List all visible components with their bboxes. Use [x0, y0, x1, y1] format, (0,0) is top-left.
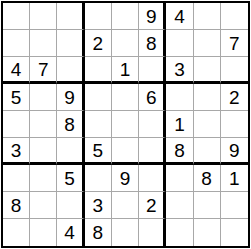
cell-r5c8[interactable]: [194, 111, 221, 138]
cell-r4c9[interactable]: 2: [221, 84, 248, 111]
cell-r9c6[interactable]: [139, 219, 166, 246]
cell-r4c5[interactable]: [112, 84, 139, 111]
cell-r6c6[interactable]: [139, 138, 166, 165]
cell-r7c8[interactable]: 8: [194, 165, 221, 192]
cell-r7c9[interactable]: 1: [221, 165, 248, 192]
cell-r8c7[interactable]: [166, 192, 193, 219]
cell-r6c1[interactable]: 3: [3, 138, 30, 165]
cell-r6c5[interactable]: [112, 138, 139, 165]
cell-r3c1[interactable]: 4: [3, 57, 30, 84]
cell-r5c3[interactable]: 8: [57, 111, 84, 138]
cell-r4c7[interactable]: [166, 84, 193, 111]
cell-r3c9[interactable]: [221, 57, 248, 84]
cell-r8c3[interactable]: [57, 192, 84, 219]
cell-r4c8[interactable]: [194, 84, 221, 111]
cell-r3c8[interactable]: [194, 57, 221, 84]
cell-r9c7[interactable]: [166, 219, 193, 246]
cell-r2c3[interactable]: [57, 30, 84, 57]
cell-r1c9[interactable]: [221, 3, 248, 30]
cell-r8c1[interactable]: 8: [3, 192, 30, 219]
cell-r5c9[interactable]: [221, 111, 248, 138]
cell-r7c1[interactable]: [3, 165, 30, 192]
cell-r9c4[interactable]: 8: [85, 219, 112, 246]
cell-r3c5[interactable]: 1: [112, 57, 139, 84]
cell-r5c6[interactable]: [139, 111, 166, 138]
cell-r8c4[interactable]: 3: [85, 192, 112, 219]
cell-r9c9[interactable]: [221, 219, 248, 246]
cell-r4c1[interactable]: 5: [3, 84, 30, 111]
cell-r1c4[interactable]: [85, 3, 112, 30]
cell-r2c4[interactable]: 2: [85, 30, 112, 57]
cell-r6c7[interactable]: 8: [166, 138, 193, 165]
cell-r2c1[interactable]: [3, 30, 30, 57]
cell-r5c5[interactable]: [112, 111, 139, 138]
cell-r1c2[interactable]: [30, 3, 57, 30]
cell-r6c9[interactable]: 9: [221, 138, 248, 165]
cell-r9c3[interactable]: 4: [57, 219, 84, 246]
cell-r2c8[interactable]: [194, 30, 221, 57]
cell-r4c3[interactable]: 9: [57, 84, 84, 111]
cell-r1c8[interactable]: [194, 3, 221, 30]
cell-r3c7[interactable]: 3: [166, 57, 193, 84]
sudoku-board: 9428747135962813589598183248: [1, 1, 250, 248]
cell-r5c1[interactable]: [3, 111, 30, 138]
cell-r1c7[interactable]: 4: [166, 3, 193, 30]
cell-r7c2[interactable]: [30, 165, 57, 192]
cell-r4c6[interactable]: 6: [139, 84, 166, 111]
cell-r6c3[interactable]: [57, 138, 84, 165]
cell-r3c2[interactable]: 7: [30, 57, 57, 84]
cell-r3c6[interactable]: [139, 57, 166, 84]
cell-r5c7[interactable]: 1: [166, 111, 193, 138]
cell-r3c3[interactable]: [57, 57, 84, 84]
cell-r5c4[interactable]: [85, 111, 112, 138]
cell-r5c2[interactable]: [30, 111, 57, 138]
cell-r1c5[interactable]: [112, 3, 139, 30]
cell-r6c2[interactable]: [30, 138, 57, 165]
cell-r7c7[interactable]: [166, 165, 193, 192]
cell-r3c4[interactable]: [85, 57, 112, 84]
cell-r1c6[interactable]: 9: [139, 3, 166, 30]
cell-r2c2[interactable]: [30, 30, 57, 57]
cell-r9c2[interactable]: [30, 219, 57, 246]
cell-r9c5[interactable]: [112, 219, 139, 246]
cell-r6c4[interactable]: 5: [85, 138, 112, 165]
cell-r8c8[interactable]: [194, 192, 221, 219]
cell-r2c5[interactable]: [112, 30, 139, 57]
cell-r1c3[interactable]: [57, 3, 84, 30]
cell-r8c6[interactable]: 2: [139, 192, 166, 219]
cell-r8c5[interactable]: [112, 192, 139, 219]
cell-r4c4[interactable]: [85, 84, 112, 111]
cell-r2c6[interactable]: 8: [139, 30, 166, 57]
cell-r8c2[interactable]: [30, 192, 57, 219]
cell-r7c6[interactable]: [139, 165, 166, 192]
cell-r2c7[interactable]: [166, 30, 193, 57]
cell-r7c3[interactable]: 5: [57, 165, 84, 192]
sudoku-app: 9428747135962813589598183248: [0, 0, 251, 249]
cell-r9c8[interactable]: [194, 219, 221, 246]
cell-r1c1[interactable]: [3, 3, 30, 30]
cell-r4c2[interactable]: [30, 84, 57, 111]
cell-r9c1[interactable]: [3, 219, 30, 246]
cell-r2c9[interactable]: 7: [221, 30, 248, 57]
cell-r6c8[interactable]: [194, 138, 221, 165]
cell-r8c9[interactable]: [221, 192, 248, 219]
cell-r7c4[interactable]: [85, 165, 112, 192]
cell-r7c5[interactable]: 9: [112, 165, 139, 192]
